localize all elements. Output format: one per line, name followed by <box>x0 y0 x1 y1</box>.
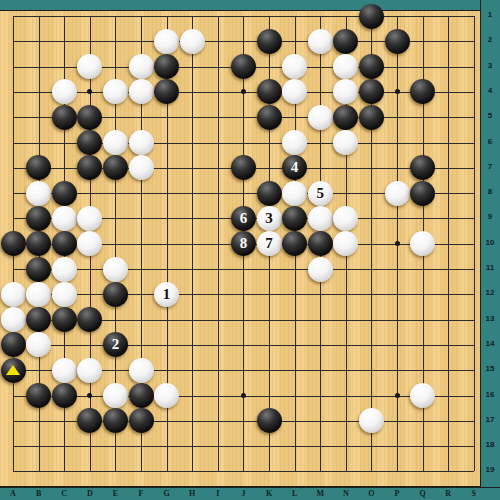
stone-black[interactable] <box>257 181 282 206</box>
coord-number: 3 <box>481 61 499 70</box>
star-point <box>395 393 400 398</box>
stone-black[interactable] <box>410 155 435 180</box>
stone-black[interactable] <box>103 282 128 307</box>
coord-number: 4 <box>481 86 499 95</box>
stone-black[interactable] <box>26 231 51 256</box>
grid-line-horizontal <box>13 269 474 270</box>
stone-black[interactable] <box>410 181 435 206</box>
star-point <box>395 241 400 246</box>
stone-black[interactable] <box>26 383 51 408</box>
star-point <box>87 393 92 398</box>
stone-white[interactable] <box>26 282 51 307</box>
coord-letter: N <box>340 489 352 498</box>
coord-number: 1 <box>481 10 499 19</box>
grid-line-horizontal <box>13 294 474 295</box>
top-margin-bar <box>0 0 500 10</box>
move-number-label: 4 <box>291 160 299 175</box>
stone-white[interactable] <box>154 383 179 408</box>
stone-black[interactable] <box>359 4 384 29</box>
coord-letter: G <box>161 489 173 498</box>
stone-white[interactable] <box>333 54 358 79</box>
stone-white[interactable] <box>52 358 77 383</box>
stone-white[interactable] <box>154 29 179 54</box>
stone-black[interactable] <box>359 79 384 104</box>
move-number-label: 8 <box>240 236 248 251</box>
coord-number: 7 <box>481 162 499 171</box>
coord-number: 15 <box>481 364 499 373</box>
stone-white[interactable] <box>77 358 102 383</box>
stone-black[interactable] <box>52 105 77 130</box>
stone-white[interactable] <box>410 231 435 256</box>
stone-black[interactable] <box>231 54 256 79</box>
coord-number: 14 <box>481 339 499 348</box>
stone-white[interactable] <box>129 54 154 79</box>
stone-black[interactable] <box>282 231 307 256</box>
stone-black[interactable] <box>52 307 77 332</box>
coord-letter: R <box>442 489 454 498</box>
stone-white[interactable] <box>77 206 102 231</box>
triangle-marker <box>6 365 20 375</box>
stone-black[interactable] <box>359 54 384 79</box>
stone-black[interactable]: 6 <box>231 206 256 231</box>
move-number-label: 1 <box>163 287 171 302</box>
stone-black[interactable] <box>1 332 26 357</box>
stone-white[interactable] <box>129 79 154 104</box>
stone-white[interactable] <box>333 206 358 231</box>
stone-black[interactable] <box>385 29 410 54</box>
move-number-label: 6 <box>240 211 248 226</box>
stone-black[interactable]: 4 <box>282 155 307 180</box>
stone-white[interactable] <box>282 79 307 104</box>
coord-letter: F <box>135 489 147 498</box>
coord-letter: E <box>109 489 121 498</box>
star-point <box>241 393 246 398</box>
stone-white[interactable] <box>385 181 410 206</box>
coord-number: 19 <box>481 465 499 474</box>
star-point <box>87 89 92 94</box>
coord-number: 16 <box>481 390 499 399</box>
stone-black[interactable] <box>257 408 282 433</box>
coord-letter: P <box>391 489 403 498</box>
coord-letter: B <box>33 489 45 498</box>
stone-black[interactable] <box>410 79 435 104</box>
stone-white[interactable] <box>26 332 51 357</box>
grid-line-vertical <box>448 16 449 471</box>
coord-number: 17 <box>481 415 499 424</box>
stone-white[interactable]: 3 <box>257 206 282 231</box>
coords-bottom: ABCDEFGHIJKLMNOPQRS <box>0 487 500 500</box>
coord-letter: S <box>468 489 480 498</box>
star-point <box>241 89 246 94</box>
move-number-label: 5 <box>316 186 324 201</box>
stone-white[interactable] <box>129 130 154 155</box>
stone-white[interactable] <box>52 282 77 307</box>
grid-line-vertical <box>474 16 475 471</box>
stone-white[interactable] <box>308 105 333 130</box>
stone-white[interactable] <box>282 181 307 206</box>
grid-line-horizontal <box>13 471 474 472</box>
coord-number: 6 <box>481 137 499 146</box>
coord-number: 8 <box>481 187 499 196</box>
stone-black[interactable]: 8 <box>231 231 256 256</box>
coord-letter: O <box>365 489 377 498</box>
stone-black[interactable] <box>257 29 282 54</box>
coord-letter: Q <box>417 489 429 498</box>
stone-black[interactable] <box>77 130 102 155</box>
stone-white[interactable] <box>103 257 128 282</box>
coord-letter: J <box>237 489 249 498</box>
coord-letter: D <box>84 489 96 498</box>
stone-black[interactable] <box>359 105 384 130</box>
grid-line-horizontal <box>13 446 474 447</box>
stone-black[interactable] <box>308 231 333 256</box>
stone-black[interactable] <box>257 105 282 130</box>
stone-white[interactable] <box>52 79 77 104</box>
stone-white[interactable] <box>308 29 333 54</box>
stone-white[interactable]: 7 <box>257 231 282 256</box>
stone-black[interactable] <box>77 307 102 332</box>
stone-black[interactable] <box>52 383 77 408</box>
stone-black[interactable] <box>154 79 179 104</box>
stone-white[interactable] <box>26 181 51 206</box>
move-number-label: 7 <box>265 236 273 251</box>
stone-white[interactable] <box>308 206 333 231</box>
coord-letter: I <box>212 489 224 498</box>
stone-black[interactable] <box>1 231 26 256</box>
stone-white[interactable] <box>52 257 77 282</box>
coord-number: 2 <box>481 35 499 44</box>
stone-black[interactable]: 2 <box>103 332 128 357</box>
stone-white[interactable] <box>180 29 205 54</box>
stone-black[interactable] <box>282 206 307 231</box>
coord-letter: H <box>186 489 198 498</box>
coord-number: 12 <box>481 288 499 297</box>
stone-white[interactable] <box>308 257 333 282</box>
stone-white[interactable] <box>333 130 358 155</box>
stone-white[interactable] <box>282 54 307 79</box>
stone-white[interactable] <box>52 206 77 231</box>
stone-white[interactable] <box>333 79 358 104</box>
stone-white[interactable] <box>129 358 154 383</box>
stone-white[interactable]: 1 <box>154 282 179 307</box>
stone-black[interactable] <box>154 54 179 79</box>
stone-white[interactable] <box>1 282 26 307</box>
go-diagram: 45638712 12345678910111213141516171819 A… <box>0 0 500 500</box>
stone-white[interactable] <box>129 155 154 180</box>
stone-white[interactable] <box>103 130 128 155</box>
stone-black[interactable] <box>103 155 128 180</box>
goban[interactable]: 45638712 <box>0 10 481 487</box>
coord-number: 18 <box>481 440 499 449</box>
coord-letter: L <box>289 489 301 498</box>
stone-black[interactable] <box>257 79 282 104</box>
stone-white[interactable] <box>103 79 128 104</box>
stone-white[interactable] <box>77 54 102 79</box>
stone-black[interactable] <box>26 155 51 180</box>
coord-number: 13 <box>481 314 499 323</box>
stone-black[interactable] <box>77 408 102 433</box>
stone-white[interactable] <box>333 231 358 256</box>
stone-black[interactable] <box>52 181 77 206</box>
stone-white[interactable] <box>359 408 384 433</box>
stone-black[interactable] <box>52 231 77 256</box>
stone-white[interactable] <box>77 231 102 256</box>
move-number-label: 2 <box>112 337 120 352</box>
coord-number: 10 <box>481 238 499 247</box>
stone-black[interactable] <box>129 408 154 433</box>
stone-black[interactable] <box>129 383 154 408</box>
stone-black[interactable] <box>103 408 128 433</box>
stone-black[interactable] <box>26 257 51 282</box>
star-point <box>395 89 400 94</box>
stone-white[interactable]: 5 <box>308 181 333 206</box>
coord-letter: M <box>314 489 326 498</box>
stone-black[interactable] <box>333 105 358 130</box>
move-number-label: 3 <box>265 211 273 226</box>
stone-white[interactable] <box>282 130 307 155</box>
grid-line-horizontal <box>13 345 474 346</box>
stone-black[interactable] <box>231 155 256 180</box>
stone-black[interactable] <box>77 155 102 180</box>
stone-black[interactable] <box>1 358 26 383</box>
coord-letter: A <box>7 489 19 498</box>
coord-letter: K <box>263 489 275 498</box>
coord-letter: C <box>58 489 70 498</box>
stone-black[interactable] <box>26 206 51 231</box>
coord-number: 11 <box>481 263 499 272</box>
stone-white[interactable] <box>1 307 26 332</box>
stone-white[interactable] <box>410 383 435 408</box>
stone-black[interactable] <box>26 307 51 332</box>
coords-right: 12345678910111213141516171819 <box>480 0 500 500</box>
stone-black[interactable] <box>77 105 102 130</box>
stone-black[interactable] <box>333 29 358 54</box>
stone-white[interactable] <box>103 383 128 408</box>
coord-number: 5 <box>481 111 499 120</box>
coord-number: 9 <box>481 212 499 221</box>
